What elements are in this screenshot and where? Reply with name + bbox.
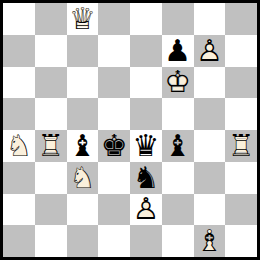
square-d2[interactable] [98,194,130,226]
square-h8[interactable] [225,3,257,35]
square-a1[interactable] [3,225,35,257]
white-piece-outline-layer: ♙ [130,194,162,226]
square-d8[interactable] [98,3,130,35]
white-piece-outline-layer: ♘ [3,130,35,162]
square-g2[interactable] [194,194,226,226]
piece-white-bishop: ♝♗ [194,225,226,257]
square-h3[interactable] [225,162,257,194]
square-b8[interactable] [35,3,67,35]
piece-white-pawn: ♟♙ [194,35,226,67]
square-h6[interactable] [225,67,257,99]
square-b3[interactable] [35,162,67,194]
square-d5[interactable] [98,98,130,130]
square-h5[interactable] [225,98,257,130]
square-f2[interactable] [162,194,194,226]
square-c6[interactable] [67,67,99,99]
piece-black-king: ♚ [98,130,130,162]
square-f6[interactable]: ♚♔ [162,67,194,99]
square-h2[interactable] [225,194,257,226]
square-f1[interactable] [162,225,194,257]
white-piece-outline-layer: ♔ [162,67,194,99]
square-a3[interactable] [3,162,35,194]
square-b5[interactable] [35,98,67,130]
square-g4[interactable] [194,130,226,162]
square-g7[interactable]: ♟♙ [194,35,226,67]
square-d6[interactable] [98,67,130,99]
piece-white-knight: ♞♘ [67,162,99,194]
square-e4[interactable]: ♛ [130,130,162,162]
square-b1[interactable] [35,225,67,257]
square-e2[interactable]: ♟♙ [130,194,162,226]
square-h7[interactable] [225,35,257,67]
piece-white-king: ♚♔ [162,67,194,99]
square-d3[interactable] [98,162,130,194]
piece-white-pawn: ♟♙ [130,194,162,226]
square-c7[interactable] [67,35,99,67]
square-e3[interactable]: ♞ [130,162,162,194]
square-h4[interactable]: ♜♖ [225,130,257,162]
square-f5[interactable] [162,98,194,130]
chess-diagram: ♛♕♟♟♙♚♔♞♘♜♖♝♚♛♝♜♖♞♘♞♟♙♝♗ [0,0,260,260]
square-a5[interactable] [3,98,35,130]
square-f3[interactable] [162,162,194,194]
piece-white-queen: ♛♕ [67,3,99,35]
piece-white-knight: ♞♘ [3,130,35,162]
white-piece-outline-layer: ♖ [35,130,67,162]
square-a4[interactable]: ♞♘ [3,130,35,162]
square-c5[interactable] [67,98,99,130]
piece-black-pawn: ♟ [162,35,194,67]
square-e5[interactable] [130,98,162,130]
piece-white-rook: ♜♖ [225,130,257,162]
square-c2[interactable] [67,194,99,226]
white-piece-outline-layer: ♕ [67,3,99,35]
square-b4[interactable]: ♜♖ [35,130,67,162]
square-d7[interactable] [98,35,130,67]
square-d1[interactable] [98,225,130,257]
piece-black-bishop: ♝ [162,130,194,162]
square-g3[interactable] [194,162,226,194]
square-c3[interactable]: ♞♘ [67,162,99,194]
square-c4[interactable]: ♝ [67,130,99,162]
white-piece-outline-layer: ♘ [67,162,99,194]
square-b7[interactable] [35,35,67,67]
square-a6[interactable] [3,67,35,99]
white-piece-outline-layer: ♖ [225,130,257,162]
white-piece-outline-layer: ♗ [194,225,226,257]
square-f4[interactable]: ♝ [162,130,194,162]
piece-black-knight: ♞ [130,162,162,194]
square-b6[interactable] [35,67,67,99]
square-e6[interactable] [130,67,162,99]
square-e7[interactable] [130,35,162,67]
square-f8[interactable] [162,3,194,35]
square-g5[interactable] [194,98,226,130]
white-piece-outline-layer: ♙ [194,35,226,67]
piece-black-bishop: ♝ [67,130,99,162]
square-c1[interactable] [67,225,99,257]
square-c8[interactable]: ♛♕ [67,3,99,35]
square-f7[interactable]: ♟ [162,35,194,67]
square-h1[interactable] [225,225,257,257]
piece-white-rook: ♜♖ [35,130,67,162]
square-g1[interactable]: ♝♗ [194,225,226,257]
chess-board: ♛♕♟♟♙♚♔♞♘♜♖♝♚♛♝♜♖♞♘♞♟♙♝♗ [3,3,257,257]
square-b2[interactable] [35,194,67,226]
square-a7[interactable] [3,35,35,67]
square-e1[interactable] [130,225,162,257]
square-g6[interactable] [194,67,226,99]
piece-black-queen: ♛ [130,130,162,162]
square-a2[interactable] [3,194,35,226]
square-g8[interactable] [194,3,226,35]
square-d4[interactable]: ♚ [98,130,130,162]
square-e8[interactable] [130,3,162,35]
square-a8[interactable] [3,3,35,35]
